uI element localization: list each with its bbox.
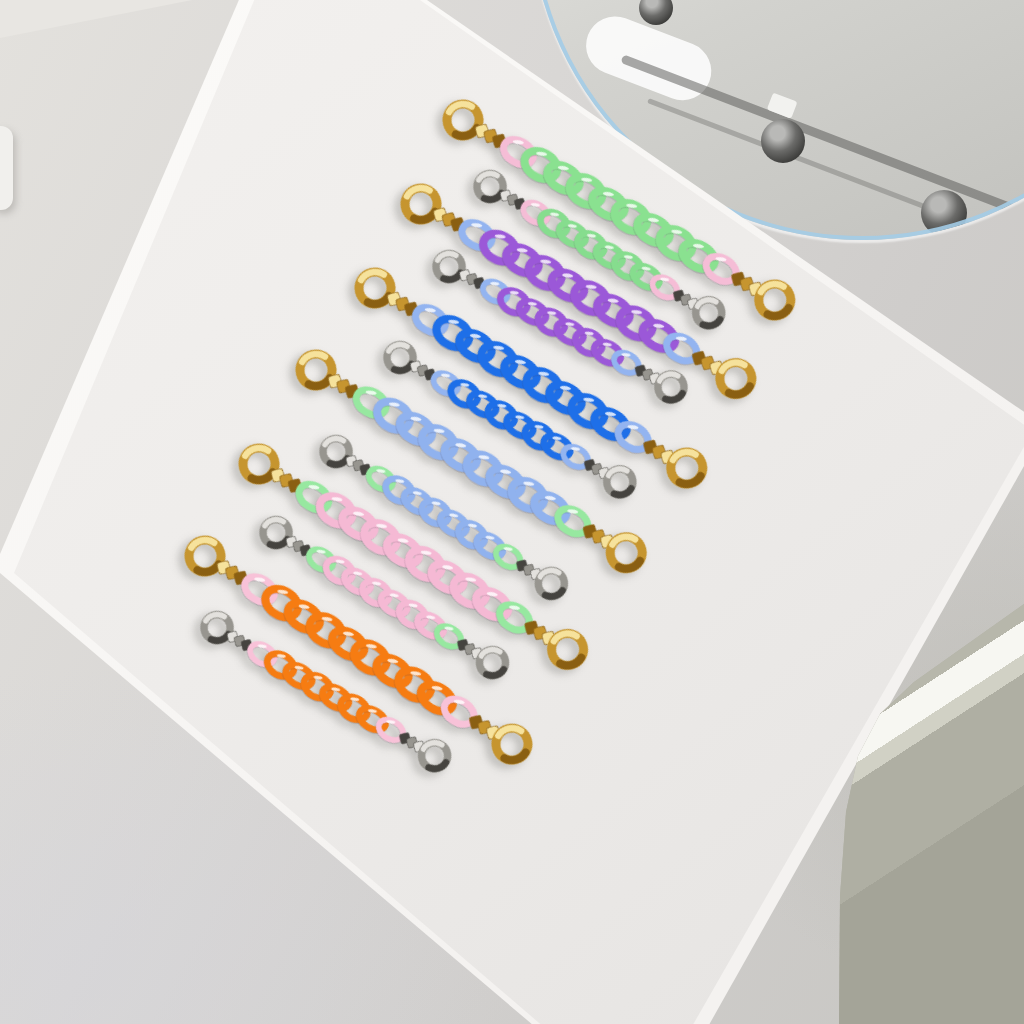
scene (0, 0, 1024, 1024)
chain-collection (0, 0, 1024, 1024)
